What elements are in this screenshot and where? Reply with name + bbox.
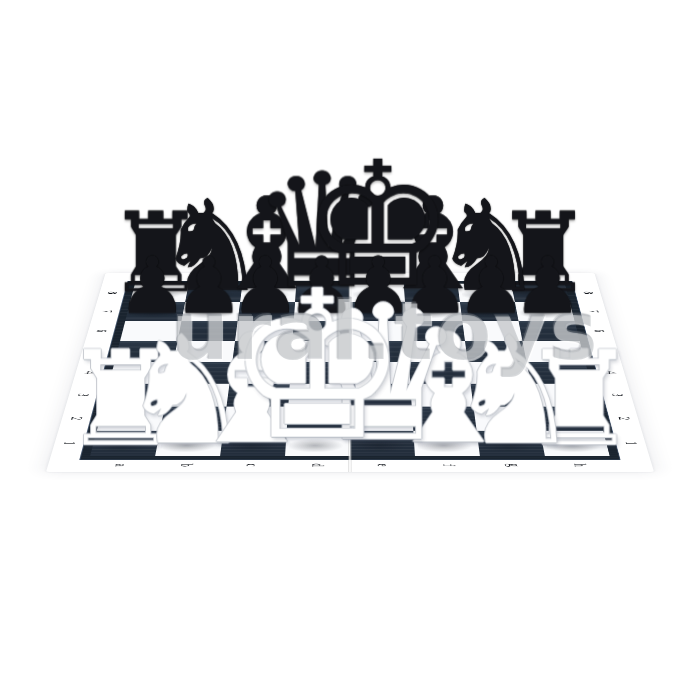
rank-label-left-1: 1 [61,442,77,445]
rank-label-left-4: 4 [82,371,97,374]
file-label-d: d [309,464,325,467]
file-label-a: a [112,464,129,467]
rank-label-right-2: 2 [616,417,632,420]
rank-label-right-4: 4 [603,371,618,374]
rank-label-left-3: 3 [75,394,91,397]
rank-label-right-1: 1 [623,442,639,445]
square-anchor-g1: ♞ [477,431,545,456]
rank-label-left-7: 7 [100,310,114,312]
file-label-f: f [440,464,456,466]
file-label-b: b [178,464,194,467]
rank-label-left-6: 6 [94,330,108,332]
rank-label-left-2: 2 [68,417,84,420]
file-label-h: h [571,464,588,467]
file-label-e: e [375,464,391,467]
rank-label-right-3: 3 [609,394,625,397]
rank-label-left-5: 5 [88,350,103,353]
square-anchor-d1: ♚ [285,431,350,456]
file-label-c: c [244,464,260,467]
watermark-text: ural.toys [170,283,599,378]
product-photo: 1122334455667788abcdefgh ♜♞♝♛♚♝♞♜♟♟♟♟♟♟♟… [0,0,700,700]
file-label-g: g [506,464,522,467]
rank-label-left-8: 8 [105,292,119,294]
